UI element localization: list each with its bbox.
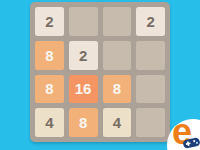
tile-16: 16	[69, 75, 98, 104]
empty-cell	[136, 108, 165, 137]
empty-cell	[103, 7, 132, 36]
tile-4: 4	[35, 108, 64, 137]
tile-8: 8	[35, 41, 64, 70]
tile-8: 8	[103, 75, 132, 104]
empty-cell	[136, 75, 165, 104]
empty-cell	[103, 41, 132, 70]
empty-cell	[136, 41, 165, 70]
empty-cell	[69, 7, 98, 36]
tile-2: 2	[35, 7, 64, 36]
site-logo-badge[interactable]: e	[167, 119, 200, 150]
tile-2: 2	[136, 7, 165, 36]
gamepad-icon	[182, 135, 200, 150]
board-2048[interactable]: 22828168484	[30, 2, 170, 142]
game-background: 22828168484 e	[0, 0, 200, 150]
tile-2: 2	[69, 41, 98, 70]
tile-8: 8	[35, 75, 64, 104]
tile-8: 8	[69, 108, 98, 137]
tile-4: 4	[103, 108, 132, 137]
